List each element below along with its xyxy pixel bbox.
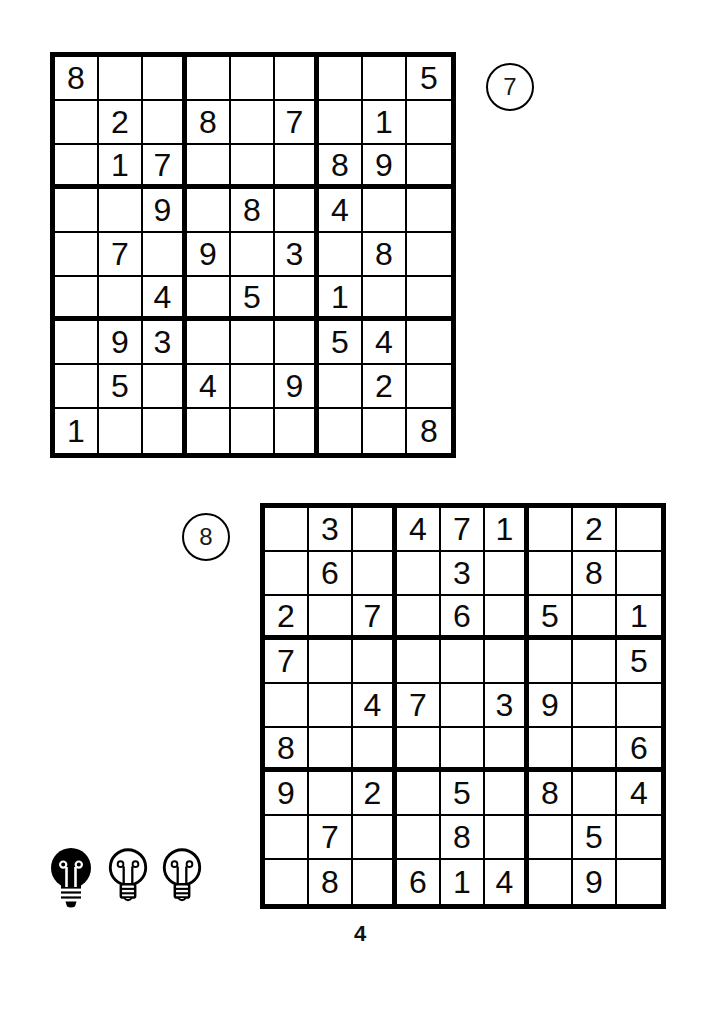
puzzle-8-number: 8 [199,523,212,551]
sudoku-cell-r8c9[interactable] [407,365,451,409]
sudoku-cell-r4c9[interactable] [407,189,451,233]
sudoku-cell-r3c9[interactable] [407,145,451,189]
sudoku-cell-r7c1[interactable] [55,321,99,365]
sudoku-cell-r7c5[interactable] [231,321,275,365]
sudoku-cell-r3c8: 9 [363,145,407,189]
sudoku-cell-r6c8[interactable] [363,277,407,321]
sudoku-cell-r1c5: 7 [441,508,485,552]
sudoku-cell-r3c7: 8 [319,145,363,189]
sudoku-cell-r6c6[interactable] [275,277,319,321]
sudoku-cell-r6c9[interactable] [407,277,451,321]
sudoku-cell-r6c3: 4 [143,277,187,321]
sudoku-cell-r9c6[interactable] [275,409,319,453]
sudoku-cell-r3c6[interactable] [275,145,319,189]
sudoku-cell-r4c9: 5 [617,640,661,684]
sudoku-cell-r5c7[interactable] [319,233,363,277]
sudoku-cell-r8c5: 8 [441,816,485,860]
sudoku-cell-r7c7: 8 [529,772,573,816]
sudoku-cell-r9c8[interactable] [363,409,407,453]
sudoku-cell-r1c1: 8 [55,57,99,101]
sudoku-cell-r2c9[interactable] [617,552,661,596]
sudoku-cell-r5c3: 4 [353,684,397,728]
sudoku-cell-r7c4[interactable] [397,772,441,816]
sudoku-cell-r8c3[interactable] [143,365,187,409]
sudoku-cell-r4c1: 7 [265,640,309,684]
sudoku-cell-r7c9[interactable] [407,321,451,365]
sudoku-cell-r9c7[interactable] [529,860,573,904]
sudoku-cell-r8c6[interactable] [485,816,529,860]
sudoku-cell-r7c7: 5 [319,321,363,365]
sudoku-cell-r8c7[interactable] [529,816,573,860]
sudoku-cell-r3c4[interactable] [187,145,231,189]
sudoku-cell-r3c8[interactable] [573,596,617,640]
sudoku-cell-r6c1: 8 [265,728,309,772]
sudoku-cell-r9c4: 6 [397,860,441,904]
sudoku-cell-r4c7: 4 [319,189,363,233]
sudoku-cell-r6c7: 1 [319,277,363,321]
sudoku-cell-r9c4[interactable] [187,409,231,453]
sudoku-cell-r8c4[interactable] [397,816,441,860]
sudoku-cell-r5c4: 9 [187,233,231,277]
sudoku-cell-r7c3: 3 [143,321,187,365]
sudoku-cell-r9c9[interactable] [617,860,661,904]
sudoku-cell-r1c8: 2 [573,508,617,552]
sudoku-cell-r7c6[interactable] [275,321,319,365]
sudoku-cell-r8c3[interactable] [353,816,397,860]
sudoku-cell-r4c6[interactable] [485,640,529,684]
sudoku-cell-r9c8: 9 [573,860,617,904]
sudoku-cell-r4c8[interactable] [363,189,407,233]
sudoku-cell-r1c6: 1 [485,508,529,552]
sudoku-cell-r9c1: 1 [55,409,99,453]
sudoku-cell-r6c2[interactable] [99,277,143,321]
sudoku-cell-r4c6[interactable] [275,189,319,233]
sudoku-cell-r1c7[interactable] [319,57,363,101]
sudoku-cell-r2c7[interactable] [529,552,573,596]
sudoku-cell-r6c3[interactable] [353,728,397,772]
sudoku-cell-r7c8[interactable] [573,772,617,816]
sudoku-cell-r3c9: 1 [617,596,661,640]
sudoku-cell-r2c4: 8 [187,101,231,145]
sudoku-cell-r7c8: 4 [363,321,407,365]
sudoku-cell-r8c6: 9 [275,365,319,409]
sudoku-cell-r6c7[interactable] [529,728,573,772]
sudoku-cell-r4c5[interactable] [441,640,485,684]
sudoku-cell-r9c7[interactable] [319,409,363,453]
sudoku-cell-r5c9[interactable] [407,233,451,277]
sudoku-cell-r2c5: 3 [441,552,485,596]
sudoku-cell-r9c5: 1 [441,860,485,904]
sudoku-cell-r2c1[interactable] [55,101,99,145]
sudoku-cell-r9c5[interactable] [231,409,275,453]
puzzle-8-number-badge: 8 [182,513,230,561]
sudoku-cell-r2c8: 1 [363,101,407,145]
sudoku-cell-r2c7[interactable] [319,101,363,145]
sudoku-cell-r8c4: 4 [187,365,231,409]
sudoku-cell-r1c5[interactable] [231,57,275,101]
sudoku-cell-r7c6[interactable] [485,772,529,816]
sudoku-cell-r4c4[interactable] [187,189,231,233]
sudoku-cell-r1c7[interactable] [529,508,573,552]
sudoku-cell-r6c4[interactable] [397,728,441,772]
sudoku-cell-r2c1[interactable] [265,552,309,596]
sudoku-cell-r5c1[interactable] [265,684,309,728]
sudoku-cell-r5c3[interactable] [143,233,187,277]
sudoku-grid-8: 3471263827651754739869258478586149 [260,503,666,909]
sudoku-cell-r2c5[interactable] [231,101,275,145]
sudoku-cell-r9c9: 8 [407,409,451,453]
sudoku-cell-r5c6: 3 [485,684,529,728]
sudoku-cell-r6c5[interactable] [441,728,485,772]
sudoku-cell-r6c9: 6 [617,728,661,772]
sudoku-cell-r8c8: 5 [573,816,617,860]
sudoku-cell-r9c3[interactable] [143,409,187,453]
sudoku-grid-7: 852871178998479384519354549218 [50,52,456,458]
sudoku-cell-r6c2[interactable] [309,728,353,772]
sudoku-cell-r4c4[interactable] [397,640,441,684]
sudoku-cell-r3c7: 5 [529,596,573,640]
sudoku-cell-r8c7[interactable] [319,365,363,409]
lightbulb-filled-icon [45,847,97,909]
sudoku-cell-r8c1[interactable] [265,816,309,860]
sudoku-cell-r1c3[interactable] [143,57,187,101]
sudoku-cell-r3c1[interactable] [55,145,99,189]
sudoku-cell-r3c5: 6 [441,596,485,640]
sudoku-cell-r5c1[interactable] [55,233,99,277]
sudoku-cell-r6c4[interactable] [187,277,231,321]
sudoku-cell-r7c4[interactable] [187,321,231,365]
sudoku-cell-r9c3[interactable] [353,860,397,904]
sudoku-cell-r6c5: 5 [231,277,275,321]
sudoku-cell-r2c6[interactable] [485,552,529,596]
sudoku-cell-r5c7: 9 [529,684,573,728]
sudoku-cell-r8c8: 2 [363,365,407,409]
sudoku-cell-r4c5: 8 [231,189,275,233]
sudoku-cell-r7c2: 9 [99,321,143,365]
sudoku-cell-r3c2[interactable] [309,596,353,640]
sudoku-cell-r6c1[interactable] [55,277,99,321]
sudoku-cell-r2c2: 6 [309,552,353,596]
sudoku-cell-r7c3: 2 [353,772,397,816]
sudoku-cell-r9c2[interactable] [99,409,143,453]
sudoku-cell-r7c2[interactable] [309,772,353,816]
sudoku-cell-r7c9: 4 [617,772,661,816]
sudoku-cell-r1c2[interactable] [99,57,143,101]
sudoku-cell-r3c1: 2 [265,596,309,640]
sudoku-cell-r1c4[interactable] [187,57,231,101]
sudoku-cell-r2c4[interactable] [397,552,441,596]
sudoku-cell-r3c2: 1 [99,145,143,189]
sudoku-cell-r2c3[interactable] [143,101,187,145]
sudoku-cell-r6c8[interactable] [573,728,617,772]
sudoku-cell-r1c1[interactable] [265,508,309,552]
sudoku-cell-r2c3[interactable] [353,552,397,596]
sudoku-cell-r4c8[interactable] [573,640,617,684]
sudoku-cell-r4c3: 9 [143,189,187,233]
sudoku-cell-r7c5: 5 [441,772,485,816]
sudoku-cell-r1c9[interactable] [617,508,661,552]
sudoku-cell-r1c4: 4 [397,508,441,552]
sudoku-cell-r8c9[interactable] [617,816,661,860]
sudoku-cell-r3c3: 7 [143,145,187,189]
sudoku-cell-r9c6: 4 [485,860,529,904]
sudoku-cell-r4c2[interactable] [99,189,143,233]
sudoku-cell-r9c2: 8 [309,860,353,904]
sudoku-cell-r3c4[interactable] [397,596,441,640]
sudoku-cell-r2c9[interactable] [407,101,451,145]
sudoku-cell-r5c2: 7 [99,233,143,277]
sudoku-cell-r5c4: 7 [397,684,441,728]
sudoku-cell-r1c9: 5 [407,57,451,101]
sudoku-cell-r2c2: 2 [99,101,143,145]
sudoku-cell-r9c1[interactable] [265,860,309,904]
sudoku-cell-r8c2: 7 [309,816,353,860]
sudoku-cell-r5c5[interactable] [441,684,485,728]
lightbulb-outline-icon [105,847,151,907]
sudoku-cell-r5c2[interactable] [309,684,353,728]
puzzle-7-number-badge: 7 [486,63,534,111]
sudoku-cell-r5c8[interactable] [573,684,617,728]
sudoku-cell-r5c8: 8 [363,233,407,277]
sudoku-cell-r4c1[interactable] [55,189,99,233]
sudoku-cell-r1c6[interactable] [275,57,319,101]
sudoku-cell-r4c7[interactable] [529,640,573,684]
sudoku-cell-r1c8[interactable] [363,57,407,101]
sudoku-cell-r2c6: 7 [275,101,319,145]
sudoku-cell-r3c6[interactable] [485,596,529,640]
sudoku-cell-r8c5[interactable] [231,365,275,409]
sudoku-cell-r4c3[interactable] [353,640,397,684]
sudoku-cell-r1c2: 3 [309,508,353,552]
lightbulb-outline-icon [159,847,205,907]
sudoku-cell-r8c2: 5 [99,365,143,409]
puzzle-7-number: 7 [503,73,516,101]
sudoku-cell-r6c6[interactable] [485,728,529,772]
sudoku-cell-r8c1[interactable] [55,365,99,409]
sudoku-cell-r1c3[interactable] [353,508,397,552]
sudoku-cell-r5c6: 3 [275,233,319,277]
difficulty-rating [45,847,205,909]
sudoku-cell-r3c3: 7 [353,596,397,640]
sudoku-cell-r2c8: 8 [573,552,617,596]
sudoku-cell-r4c2[interactable] [309,640,353,684]
sudoku-cell-r5c5[interactable] [231,233,275,277]
sudoku-cell-r3c5[interactable] [231,145,275,189]
page-number: 4 [0,921,720,947]
sudoku-cell-r5c9[interactable] [617,684,661,728]
sudoku-cell-r7c1: 9 [265,772,309,816]
